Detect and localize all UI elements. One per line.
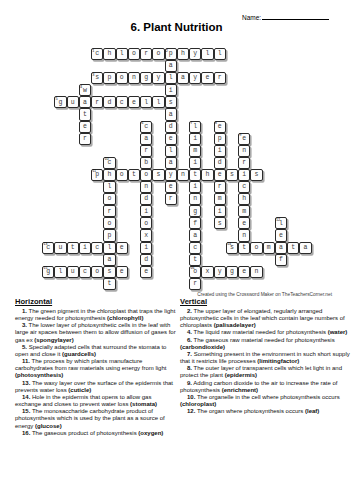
grid-cell-r14c14[interactable]: s: [214, 217, 226, 229]
grid-cell-r10c6[interactable]: o: [116, 169, 128, 181]
cell-letter: x: [205, 269, 209, 276]
cell-letter: p: [169, 51, 173, 58]
grid-cell-r9c8[interactable]: b: [140, 157, 152, 169]
grid-cell-r11c16[interactable]: c: [238, 181, 250, 193]
grid-cell-r0c10[interactable]: 2p: [165, 48, 177, 60]
cell-letter: r: [144, 51, 148, 58]
cell-letter: e: [279, 233, 283, 240]
grid-cell-r18c2[interactable]: u: [67, 266, 79, 278]
cell-letter: a: [181, 75, 185, 82]
cell-letter: d: [107, 100, 111, 107]
grid-cell-r17c19[interactable]: f: [275, 254, 287, 266]
grid-cell-r18c5[interactable]: s: [103, 266, 115, 278]
grid-cell-r18c16[interactable]: e: [238, 266, 250, 278]
grid-cell-r15c8[interactable]: x: [140, 229, 152, 241]
cell-letter: a: [279, 245, 283, 252]
clue-limitingfactor: 7. Something present in the environment …: [180, 351, 350, 365]
clue-guardcells: 5. Specially adapted cells that surround…: [15, 344, 178, 358]
clue-spongylayer: 3. The lower layer of photosynthetic cel…: [15, 322, 178, 343]
grid-cell-r14c5[interactable]: o: [103, 217, 115, 229]
cell-letter: f: [279, 257, 283, 264]
grid-cell-r13c14[interactable]: i: [214, 205, 226, 217]
grid-cell-r18c4[interactable]: o: [91, 266, 103, 278]
grid-cell-r18c6[interactable]: e: [116, 266, 128, 278]
cell-letter: e: [242, 221, 246, 228]
grid-cell-r7c12[interactable]: i: [189, 133, 201, 145]
clue-cuticle: 13. The waxy layer over the surface of t…: [15, 380, 178, 394]
cell-letter: i: [193, 160, 197, 167]
cell-letter: y: [156, 75, 160, 82]
cell-letter: i: [242, 172, 246, 179]
cell-letter: n: [132, 75, 136, 82]
cell-letter: t: [132, 172, 136, 179]
cell-letter: a: [144, 136, 148, 143]
cell-letter: h: [242, 196, 246, 203]
cell-letter: l: [156, 100, 160, 107]
clue-number-3: 3: [92, 73, 94, 77]
cell-letter: c: [242, 184, 246, 191]
grid-cell-r5c3[interactable]: t: [79, 108, 91, 120]
clue-photosynthesis: 11. The process by which plants manufact…: [15, 358, 178, 379]
cell-letter: l: [205, 51, 209, 58]
cell-letter: m: [267, 245, 271, 252]
cell-letter: p: [218, 136, 222, 143]
grid-cell-r2c12[interactable]: y: [189, 72, 201, 84]
cell-letter: u: [71, 269, 75, 276]
grid-cell-r4c2[interactable]: u: [67, 96, 79, 108]
grid-cell-r15c19[interactable]: e: [275, 229, 287, 241]
grid-cell-r10c17[interactable]: s: [250, 169, 262, 181]
clue-enrichment: 9. Adding carbon dioxide to the air to i…: [180, 380, 350, 394]
grid-cell-r2c6[interactable]: o: [116, 72, 128, 84]
grid-cell-r16c12[interactable]: c: [189, 242, 201, 254]
cell-letter: r: [218, 75, 222, 82]
grid-cell-r10c9[interactable]: s: [152, 169, 164, 181]
grid-cell-r8c10[interactable]: l: [165, 145, 177, 157]
cell-letter: e: [205, 75, 209, 82]
cell-letter: s: [218, 221, 222, 228]
clue-chloroplast: 10. The organelle in the cell where phot…: [180, 394, 350, 408]
page-title: 6. Plant Nutrition: [0, 21, 353, 33]
grid-cell-r10c4[interactable]: 11p: [91, 169, 103, 181]
cell-letter: a: [83, 100, 87, 107]
cell-letter: a: [193, 233, 197, 240]
grid-cell-r6c3[interactable]: e: [79, 121, 91, 133]
horizontal-clues-list: 1. The green pigment in the chloroplast …: [15, 308, 178, 437]
grid-cell-r11c12[interactable]: i: [189, 181, 201, 193]
cell-letter: c: [144, 124, 148, 131]
cell-letter: g: [193, 209, 197, 216]
cell-letter: o: [120, 75, 124, 82]
grid-cell-r13c16[interactable]: m: [238, 205, 250, 217]
cell-letter: o: [144, 172, 148, 179]
grid-cell-r10c10[interactable]: y: [165, 169, 177, 181]
grid-cell-r16c5[interactable]: l: [103, 242, 115, 254]
cell-letter: l: [169, 148, 173, 155]
cell-letter: x: [144, 233, 148, 240]
grid-cell-r12c16[interactable]: h: [238, 193, 250, 205]
grid-cell-r14c19[interactable]: 12l: [275, 217, 287, 229]
clue-number-8: 8: [215, 121, 217, 125]
cell-letter: o: [107, 221, 111, 228]
grid-cell-r16c19[interactable]: a: [275, 242, 287, 254]
cell-letter: e: [242, 269, 246, 276]
cell-letter: o: [156, 51, 160, 58]
grid-cell-r16c3[interactable]: i: [79, 242, 91, 254]
cell-letter: s: [230, 172, 234, 179]
clue-number-12: 12: [276, 218, 280, 222]
grid-cell-r4c5[interactable]: d: [103, 96, 115, 108]
cell-letter: t: [71, 245, 75, 252]
cell-letter: t: [242, 245, 246, 252]
cell-letter: c: [95, 245, 99, 252]
cell-letter: d: [144, 196, 148, 203]
cell-letter: n: [242, 148, 246, 155]
grid-cell-r0c7[interactable]: o: [128, 48, 140, 60]
grid-cell-r6c14[interactable]: 8e: [214, 121, 226, 133]
cell-letter: g: [58, 100, 62, 107]
grid-cell-r0c11[interactable]: h: [177, 48, 189, 60]
name-row: Name:: [242, 13, 329, 21]
name-blank-line: [262, 13, 329, 20]
name-label: Name:: [242, 14, 261, 21]
grid-cell-r18c15[interactable]: g: [226, 266, 238, 278]
grid-cell-r10c5[interactable]: h: [103, 169, 115, 181]
grid-cell-r2c9[interactable]: y: [152, 72, 164, 84]
grid-cell-r19c12[interactable]: r: [189, 278, 201, 290]
clue-chlorophyll: 1. The green pigment in the chloroplast …: [15, 308, 178, 322]
clue-number-13: 13: [43, 242, 47, 246]
cell-letter: y: [169, 172, 173, 179]
cell-letter: e: [132, 100, 136, 107]
cell-letter: t: [107, 281, 111, 288]
grid-cell-r12c12[interactable]: n: [189, 193, 201, 205]
cell-letter: t: [291, 245, 295, 252]
cell-letter: a: [169, 112, 173, 119]
cell-letter: n: [181, 172, 185, 179]
clue-number-5: 5: [55, 97, 57, 101]
cell-letter: l: [144, 100, 148, 107]
grid-cell-r10c13[interactable]: h: [201, 169, 213, 181]
grid-cell-r0c13[interactable]: l: [201, 48, 213, 60]
grid-cell-r18c8[interactable]: e: [140, 266, 152, 278]
clue-palisadelayer: 2. The upper layer of elongated, regular…: [180, 308, 350, 329]
cell-letter: a: [107, 257, 111, 264]
grid-cell-r10c12[interactable]: t: [189, 169, 201, 181]
cell-letter: l: [193, 124, 197, 131]
grid-cell-r4c10[interactable]: s: [165, 96, 177, 108]
cell-letter: l: [58, 269, 62, 276]
cell-letter: i: [83, 245, 87, 252]
grid-cell-r13c8[interactable]: i: [140, 205, 152, 217]
grid-cell-r10c7[interactable]: t: [128, 169, 140, 181]
grid-cell-r0c9[interactable]: o: [152, 48, 164, 60]
cell-letter: i: [144, 245, 148, 252]
grid-cell-r7c3[interactable]: r: [79, 133, 91, 145]
grid-cell-r3c3[interactable]: 4w: [79, 84, 91, 96]
grid-cell-r8c8[interactable]: r: [140, 145, 152, 157]
cell-letter: l: [218, 51, 222, 58]
cell-letter: u: [58, 245, 62, 252]
grid-cell-r0c4[interactable]: 1c: [91, 48, 103, 60]
grid-cell-r0c5[interactable]: h: [103, 48, 115, 60]
vertical-clues-list: 2. The upper layer of elongated, regular…: [180, 308, 350, 415]
grid-cell-r17c12[interactable]: t: [189, 254, 201, 266]
cell-letter: r: [83, 136, 87, 143]
cell-letter: l: [120, 51, 124, 58]
grid-cell-r16c16[interactable]: t: [238, 242, 250, 254]
clue-oxygen: 16. The gaseous product of photosynthesi…: [15, 430, 178, 437]
grid-cell-r19c5[interactable]: t: [103, 278, 115, 290]
grid-cell-r16c2[interactable]: t: [67, 242, 79, 254]
grid-cell-r11c10[interactable]: e: [165, 181, 177, 193]
clue-number-11: 11: [92, 169, 96, 173]
cell-letter: o: [95, 269, 99, 276]
cell-letter: g: [144, 75, 148, 82]
grid-cell-r4c4[interactable]: r: [91, 96, 103, 108]
cell-letter: p: [107, 75, 111, 82]
grid-cell-r12c8[interactable]: d: [140, 193, 152, 205]
grid-cell-r10c16[interactable]: i: [238, 169, 250, 181]
cell-letter: m: [218, 196, 222, 203]
cell-letter: e: [83, 124, 87, 131]
cell-letter: i: [193, 136, 197, 143]
cell-letter: e: [120, 245, 124, 252]
grid-cell-r2c10[interactable]: l: [165, 72, 177, 84]
cell-letter: s: [169, 100, 173, 107]
cell-letter: a: [169, 63, 173, 70]
cell-letter: c: [120, 100, 124, 107]
grid-cell-r4c7[interactable]: e: [128, 96, 140, 108]
grid-cell-r16c4[interactable]: c: [91, 242, 103, 254]
grid-cell-r0c12[interactable]: y: [189, 48, 201, 60]
cell-letter: o: [107, 196, 111, 203]
grid-cell-r18c14[interactable]: y: [214, 266, 226, 278]
clue-number-7: 7: [190, 121, 192, 125]
clue-glucose: 15. The monosaccharide carbohydrate prod…: [15, 408, 178, 429]
grid-cell-r0c8[interactable]: r: [140, 48, 152, 60]
grid-cell-r14c8[interactable]: o: [140, 217, 152, 229]
crossword-board: 1chloro2phylla3spongylayer4wi5guardcells…: [42, 48, 312, 290]
grid-cell-r7c16[interactable]: 9e: [238, 133, 250, 145]
cell-letter: i: [218, 148, 222, 155]
cell-letter: y: [218, 269, 222, 276]
grid-cell-r15c5[interactable]: p: [103, 229, 115, 241]
cell-letter: s: [156, 172, 160, 179]
cell-letter: r: [107, 209, 111, 216]
grid-cell-r16c17[interactable]: o: [250, 242, 262, 254]
grid-cell-r2c8[interactable]: g: [140, 72, 152, 84]
cell-letter: h: [107, 51, 111, 58]
cell-letter: n: [254, 269, 258, 276]
grid-cell-r12c14[interactable]: m: [214, 193, 226, 205]
cell-letter: a: [303, 245, 307, 252]
grid-cell-r9c12[interactable]: i: [189, 157, 201, 169]
grid-cell-r14c16[interactable]: e: [238, 217, 250, 229]
cell-letter: d: [169, 124, 173, 131]
horizontal-clues-section: Horizontal 1. The green pigment in the c…: [15, 297, 178, 437]
grid-cell-r6c10[interactable]: d: [165, 121, 177, 133]
grid-cell-r5c10[interactable]: a: [165, 108, 177, 120]
clue-number-4: 4: [80, 85, 82, 89]
clue-number-16: 16: [190, 266, 194, 270]
cell-letter: r: [242, 160, 246, 167]
grid-cell-r10c14[interactable]: e: [214, 169, 226, 181]
cell-letter: s: [254, 172, 258, 179]
clue-number-6: 6: [141, 121, 143, 125]
cell-letter: e: [218, 124, 222, 131]
cell-letter: m: [193, 148, 197, 155]
grid-cell-r4c3[interactable]: a: [79, 96, 91, 108]
cell-letter: e: [120, 269, 124, 276]
grid-cell-r12c5[interactable]: o: [103, 193, 115, 205]
grid-cell-r2c14[interactable]: r: [214, 72, 226, 84]
grid-cell-r4c9[interactable]: l: [152, 96, 164, 108]
grid-cell-r9c5[interactable]: 10c: [103, 157, 115, 169]
cell-letter: i: [169, 88, 173, 95]
grid-cell-r18c13[interactable]: x: [201, 266, 213, 278]
clue-leaf: 12. The organ where photosynthesis occur…: [180, 408, 350, 415]
cell-letter: r: [218, 184, 222, 191]
grid-cell-r8c14[interactable]: i: [214, 145, 226, 157]
grid-cell-r16c0[interactable]: 13c: [42, 242, 54, 254]
grid-cell-r8c16[interactable]: n: [238, 145, 250, 157]
grid-cell-r11c5[interactable]: l: [103, 181, 115, 193]
cell-letter: o: [132, 51, 136, 58]
grid-cell-r15c12[interactable]: a: [189, 229, 201, 241]
grid-cell-r18c3[interactable]: c: [79, 266, 91, 278]
clue-number-15: 15: [43, 266, 47, 270]
grid-cell-r7c8[interactable]: a: [140, 133, 152, 145]
clue-number-14: 14: [227, 242, 231, 246]
grid-cell-r12c10[interactable]: r: [165, 193, 177, 205]
vertical-clues-header: Vertical: [180, 297, 350, 306]
grid-cell-r4c6[interactable]: c: [116, 96, 128, 108]
grid-cell-r18c17[interactable]: n: [250, 266, 262, 278]
cell-letter: l: [107, 184, 111, 191]
cell-letter: y: [193, 51, 197, 58]
cell-letter: c: [95, 51, 99, 58]
grid-cell-r2c5[interactable]: p: [103, 72, 115, 84]
grid-cell-r8c12[interactable]: m: [189, 145, 201, 157]
cell-letter: o: [120, 172, 124, 179]
clue-water: 4. The liquid raw material needed for ph…: [180, 329, 350, 336]
cell-letter: c: [83, 269, 87, 276]
vertical-clues-section: Vertical 2. The upper layer of elongated…: [180, 297, 350, 415]
cell-letter: d: [144, 257, 148, 264]
cell-letter: y: [193, 75, 197, 82]
grid-cell-r9c16[interactable]: r: [238, 157, 250, 169]
grid-cell-r16c20[interactable]: t: [287, 242, 299, 254]
grid-cell-r18c12[interactable]: 16o: [189, 266, 201, 278]
grid-cell-r10c8[interactable]: o: [140, 169, 152, 181]
cell-letter: t: [83, 112, 87, 119]
cell-letter: a: [169, 160, 173, 167]
clue-carbondioxide: 6. The gaseous raw material needed for p…: [180, 337, 350, 351]
grid-cell-r6c8[interactable]: 6c: [140, 121, 152, 133]
grid-cell-r15c16[interactable]: n: [238, 229, 250, 241]
grid-cell-r2c13[interactable]: e: [201, 72, 213, 84]
cell-letter: s: [107, 269, 111, 276]
grid-cell-r2c11[interactable]: a: [177, 72, 189, 84]
cell-letter: s: [95, 75, 99, 82]
cell-letter: n: [242, 233, 246, 240]
grid-cell-r18c1[interactable]: l: [54, 266, 66, 278]
grid-cell-r2c7[interactable]: n: [128, 72, 140, 84]
grid-cell-r7c10[interactable]: e: [165, 133, 177, 145]
cell-letter: e: [169, 184, 173, 191]
cell-letter: w: [83, 88, 87, 95]
grid-cell-r16c18[interactable]: m: [263, 242, 275, 254]
cell-letter: b: [144, 160, 148, 167]
grid-cell-r7c14[interactable]: p: [214, 133, 226, 145]
cell-letter: e: [169, 136, 173, 143]
grid-cell-r4c1[interactable]: 5g: [54, 96, 66, 108]
grid-cell-r16c8[interactable]: i: [140, 242, 152, 254]
grid-cell-r16c15[interactable]: 14s: [226, 242, 238, 254]
grid-cell-r0c14[interactable]: l: [214, 48, 226, 60]
cell-letter: e: [218, 172, 222, 179]
cell-letter: e: [242, 136, 246, 143]
cell-letter: f: [193, 221, 197, 228]
cell-letter: u: [71, 100, 75, 107]
grid-cell-r1c10[interactable]: a: [165, 60, 177, 72]
grid-cell-r4c8[interactable]: l: [140, 96, 152, 108]
grid-cell-r0c6[interactable]: l: [116, 48, 128, 60]
cell-letter: r: [169, 196, 173, 203]
cell-letter: o: [144, 221, 148, 228]
clue-number-10: 10: [104, 157, 108, 161]
cell-letter: i: [144, 209, 148, 216]
cell-letter: t: [193, 257, 197, 264]
cell-letter: r: [193, 281, 197, 288]
grid-cell-r6c12[interactable]: 7l: [189, 121, 201, 133]
cell-letter: l: [107, 245, 111, 252]
grid-cell-r11c14[interactable]: r: [214, 181, 226, 193]
clue-number-9: 9: [239, 133, 241, 137]
grid-cell-r18c0[interactable]: 15g: [42, 266, 54, 278]
grid-cell-r17c5[interactable]: a: [103, 254, 115, 266]
cell-letter: p: [107, 233, 111, 240]
grid-cell-r14c12[interactable]: f: [189, 217, 201, 229]
grid-cell-r16c1[interactable]: u: [54, 242, 66, 254]
grid-cell-r16c21[interactable]: a: [299, 242, 311, 254]
cell-letter: i: [218, 209, 222, 216]
cell-letter: t: [193, 172, 197, 179]
cell-letter: h: [205, 172, 209, 179]
cell-letter: l: [169, 75, 173, 82]
horizontal-clues-header: Horizontal: [15, 297, 178, 306]
grid-cell-r9c10[interactable]: a: [165, 157, 177, 169]
cell-letter: h: [107, 172, 111, 179]
grid-cell-r16c6[interactable]: e: [116, 242, 128, 254]
grid-cell-r9c14[interactable]: d: [214, 157, 226, 169]
grid-cell-r17c8[interactable]: d: [140, 254, 152, 266]
cell-letter: e: [144, 269, 148, 276]
worksheet-page: Name: 6. Plant Nutrition 1chloro2phylla3…: [0, 0, 353, 500]
grid-cell-r13c5[interactable]: r: [103, 205, 115, 217]
cell-letter: d: [218, 160, 222, 167]
grid-cell-r10c15[interactable]: s: [226, 169, 238, 181]
grid-cell-r13c12[interactable]: g: [189, 205, 201, 217]
clue-stomata: 14. Hole in the epidermis that opens to …: [15, 394, 178, 408]
grid-cell-r2c4[interactable]: 3s: [91, 72, 103, 84]
grid-cell-r11c8[interactable]: n: [140, 181, 152, 193]
cell-letter: i: [193, 184, 197, 191]
grid-cell-r3c10[interactable]: i: [165, 84, 177, 96]
grid-cell-r10c11[interactable]: n: [177, 169, 189, 181]
clue-epidermis: 8. The outer layer of transparent cells …: [180, 365, 350, 379]
